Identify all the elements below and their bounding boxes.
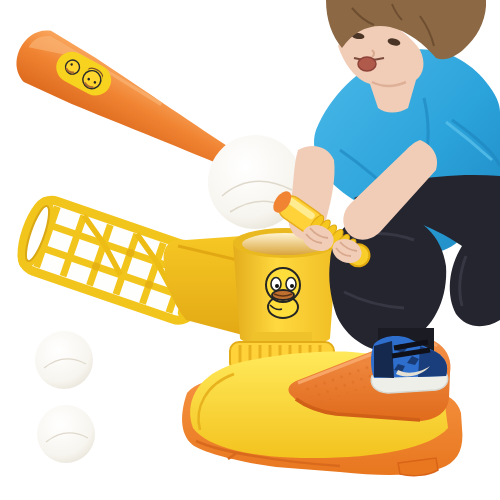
duck-eye-right (286, 278, 296, 291)
duck-mascot (266, 268, 300, 318)
loose-ball-2 (37, 405, 95, 463)
sneaker-heel-patch (374, 341, 394, 378)
product-photo: Boy in blue t-shirt crouching to grab a … (0, 0, 500, 500)
duck-pupil-right (290, 284, 294, 288)
loose-ball-1 (35, 331, 93, 389)
tongue (358, 57, 376, 71)
duck-eye-left (271, 278, 281, 291)
scene-svg: Boy in blue t-shirt crouching to grab a … (0, 0, 500, 500)
duck-pupil-left (275, 284, 279, 288)
